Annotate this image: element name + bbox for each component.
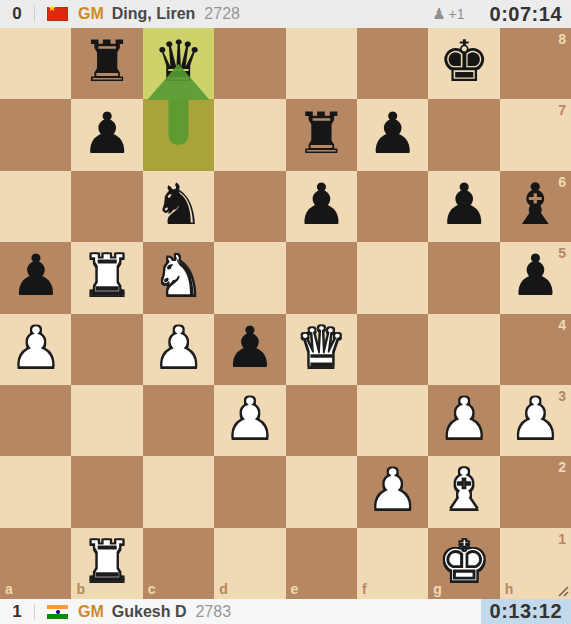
square-h6[interactable]: ♝6 [500, 171, 571, 242]
square-a4[interactable]: ♟ [0, 314, 71, 385]
white-knight: ♞ [153, 247, 204, 304]
flag-stripe [47, 614, 68, 619]
file-label-d: d [219, 582, 228, 596]
white-pawn: ♟ [367, 461, 418, 518]
black-pawn: ♟ [367, 105, 418, 162]
square-g2[interactable]: ♝ [428, 456, 499, 527]
black-pawn: ♟ [224, 319, 275, 376]
rank-label-5: 5 [558, 246, 566, 260]
square-a2[interactable] [0, 456, 71, 527]
player-name-top[interactable]: Ding, Liren [112, 5, 196, 23]
file-label-h: h [505, 582, 514, 596]
flag-stripe [47, 609, 68, 614]
square-g7[interactable] [428, 99, 499, 170]
square-g6[interactable]: ♟ [428, 171, 499, 242]
file-label-g: g [433, 582, 442, 596]
black-bishop: ♝ [510, 176, 561, 233]
player-rating-bottom: 2783 [195, 603, 231, 621]
square-d8[interactable] [214, 28, 285, 99]
chakra-icon [56, 610, 60, 614]
square-g3[interactable]: ♟ [428, 385, 499, 456]
clock-top: 0:07:14 [481, 0, 571, 28]
square-d5[interactable] [214, 242, 285, 313]
title-badge-bottom: GM [78, 603, 104, 621]
black-pawn: ♟ [82, 105, 133, 162]
square-e8[interactable] [286, 28, 357, 99]
player-name-bottom[interactable]: Gukesh D [112, 603, 187, 621]
board-resize-handle[interactable] [555, 583, 569, 597]
file-label-f: f [362, 582, 367, 596]
chess-board: ♜♛♚8♟♜♟7♞♟♟♝6♟♜♞♟5♟♟♟♛4♟♟♟3♟♝2a♜bcdef♚g1… [0, 28, 571, 599]
rank-label-6: 6 [558, 175, 566, 189]
black-rook: ♜ [82, 33, 133, 90]
player-rating-top: 2728 [204, 5, 240, 23]
square-e1[interactable]: e [286, 528, 357, 599]
material-advantage: ♟ +1 [432, 5, 464, 23]
square-c4[interactable]: ♟ [143, 314, 214, 385]
square-e3[interactable] [286, 385, 357, 456]
square-f2[interactable]: ♟ [357, 456, 428, 527]
file-label-b: b [76, 582, 85, 596]
white-king: ♚ [438, 533, 489, 590]
file-label-c: c [148, 582, 156, 596]
separator [34, 6, 35, 22]
square-a5[interactable]: ♟ [0, 242, 71, 313]
square-h3[interactable]: ♟3 [500, 385, 571, 456]
title-badge-top: GM [78, 5, 104, 23]
square-c5[interactable]: ♞ [143, 242, 214, 313]
square-a1[interactable]: a [0, 528, 71, 599]
square-b1[interactable]: ♜b [71, 528, 142, 599]
square-b8[interactable]: ♜ [71, 28, 142, 99]
square-g1[interactable]: ♚g [428, 528, 499, 599]
flag-star-icon: ★ [48, 4, 56, 13]
white-pawn: ♟ [510, 390, 561, 447]
white-rook: ♜ [82, 247, 133, 304]
white-pawn: ♟ [224, 390, 275, 447]
black-pawn: ♟ [438, 176, 489, 233]
square-a8[interactable] [0, 28, 71, 99]
white-rook: ♜ [82, 533, 133, 590]
square-f4[interactable] [357, 314, 428, 385]
square-f7[interactable]: ♟ [357, 99, 428, 170]
china-flag-icon: ★ [47, 7, 68, 21]
rank-label-7: 7 [558, 103, 566, 117]
file-label-e: e [291, 582, 299, 596]
square-b4[interactable] [71, 314, 142, 385]
square-d3[interactable]: ♟ [214, 385, 285, 456]
white-pawn: ♟ [10, 319, 61, 376]
player-bar-top: 0 ★ GM Ding, Liren 2728 ♟ +1 0:07:14 [0, 0, 571, 28]
white-pawn: ♟ [153, 319, 204, 376]
square-h2[interactable]: 2 [500, 456, 571, 527]
square-e2[interactable] [286, 456, 357, 527]
square-c6[interactable]: ♞ [143, 171, 214, 242]
white-queen: ♛ [296, 319, 347, 376]
black-knight: ♞ [153, 176, 204, 233]
square-g8[interactable]: ♚ [428, 28, 499, 99]
square-f8[interactable] [357, 28, 428, 99]
black-pawn: ♟ [510, 247, 561, 304]
square-a6[interactable] [0, 171, 71, 242]
material-advantage-value: +1 [449, 6, 465, 22]
rank-label-3: 3 [558, 389, 566, 403]
square-h8[interactable]: 8 [500, 28, 571, 99]
square-c7[interactable] [143, 99, 214, 170]
square-c3[interactable] [143, 385, 214, 456]
white-pawn: ♟ [438, 390, 489, 447]
rank-label-4: 4 [558, 318, 566, 332]
square-h5[interactable]: ♟5 [500, 242, 571, 313]
square-d4[interactable]: ♟ [214, 314, 285, 385]
square-f3[interactable] [357, 385, 428, 456]
square-a7[interactable] [0, 99, 71, 170]
file-label-a: a [5, 582, 13, 596]
board-area: ♜♛♚8♟♜♟7♞♟♟♝6♟♜♞♟5♟♟♟♛4♟♟♟3♟♝2a♜bcdef♚g1… [0, 28, 571, 599]
black-king: ♚ [438, 33, 489, 90]
square-b6[interactable] [71, 171, 142, 242]
square-h4[interactable]: 4 [500, 314, 571, 385]
player-bar-bottom: 1 GM Gukesh D 2783 0:13:12 [0, 599, 571, 624]
square-h7[interactable]: 7 [500, 99, 571, 170]
white-bishop: ♝ [438, 461, 489, 518]
square-e7[interactable]: ♜ [286, 99, 357, 170]
square-g5[interactable] [428, 242, 499, 313]
black-pawn: ♟ [296, 176, 347, 233]
square-b2[interactable] [71, 456, 142, 527]
rank-label-8: 8 [558, 32, 566, 46]
square-a3[interactable] [0, 385, 71, 456]
clock-bottom: 0:13:12 [481, 599, 571, 624]
match-score-top: 0 [0, 4, 34, 24]
square-g4[interactable] [428, 314, 499, 385]
square-c1[interactable]: c [143, 528, 214, 599]
pawn-icon: ♟ [432, 5, 445, 23]
india-flag-icon [47, 605, 68, 619]
square-e5[interactable] [286, 242, 357, 313]
square-d1[interactable]: d [214, 528, 285, 599]
square-d6[interactable] [214, 171, 285, 242]
square-c8[interactable]: ♛ [143, 28, 214, 99]
black-queen: ♛ [153, 33, 204, 90]
square-f5[interactable] [357, 242, 428, 313]
square-b7[interactable]: ♟ [71, 99, 142, 170]
square-f1[interactable]: f [357, 528, 428, 599]
square-e6[interactable]: ♟ [286, 171, 357, 242]
square-e4[interactable]: ♛ [286, 314, 357, 385]
square-d7[interactable] [214, 99, 285, 170]
square-d2[interactable] [214, 456, 285, 527]
chess-tv-window: 0 ★ GM Ding, Liren 2728 ♟ +1 0:07:14 ♜♛♚… [0, 0, 571, 624]
square-c2[interactable] [143, 456, 214, 527]
black-pawn: ♟ [10, 247, 61, 304]
square-b3[interactable] [71, 385, 142, 456]
rank-label-2: 2 [558, 460, 566, 474]
match-score-bottom: 1 [0, 602, 34, 622]
black-rook: ♜ [296, 105, 347, 162]
rank-label-1: 1 [558, 532, 566, 546]
separator [34, 604, 35, 620]
square-f6[interactable] [357, 171, 428, 242]
square-b5[interactable]: ♜ [71, 242, 142, 313]
